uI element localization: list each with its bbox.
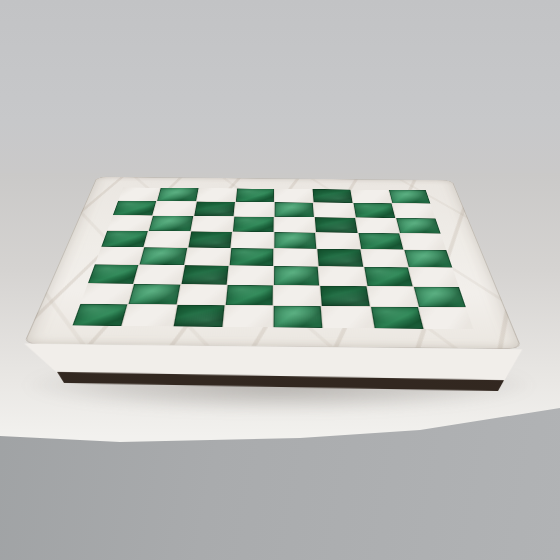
square-b1	[123, 304, 176, 326]
square-a2	[81, 283, 134, 303]
square-g5	[358, 233, 403, 249]
square-c2	[177, 284, 226, 304]
square-f6	[315, 217, 357, 232]
board-perspective	[0, 0, 560, 560]
square-e8	[275, 189, 313, 203]
square-e4	[274, 249, 318, 267]
square-h8	[389, 190, 431, 204]
square-h1	[419, 307, 474, 329]
square-b8	[157, 188, 198, 202]
chessboard	[23, 177, 522, 349]
square-h3	[409, 268, 459, 287]
square-a4	[95, 247, 144, 265]
square-e1	[274, 306, 323, 328]
square-f4	[318, 249, 363, 267]
square-g4	[361, 249, 408, 267]
square-f8	[313, 189, 352, 203]
square-g2	[367, 286, 418, 306]
playing-grid	[73, 187, 474, 329]
square-e3	[274, 266, 319, 285]
square-g8	[351, 190, 391, 204]
square-g3	[364, 267, 413, 286]
square-d2	[225, 285, 272, 305]
square-a6	[107, 215, 152, 230]
square-h2	[414, 287, 466, 307]
square-b4	[140, 247, 187, 265]
square-d6	[233, 216, 274, 231]
square-c1	[173, 305, 224, 327]
square-f7	[314, 203, 355, 217]
square-a1	[73, 304, 128, 326]
square-h4	[404, 250, 452, 268]
square-b2	[129, 284, 180, 304]
square-h6	[396, 218, 441, 233]
square-f2	[320, 286, 369, 306]
square-d5	[231, 232, 273, 248]
square-b6	[149, 216, 193, 231]
square-d7	[234, 202, 274, 216]
square-h7	[392, 204, 435, 218]
square-c4	[185, 248, 230, 266]
square-d4	[229, 248, 273, 266]
square-c3	[181, 265, 228, 284]
square-c7	[194, 202, 235, 216]
square-d1	[223, 305, 272, 327]
square-e7	[275, 202, 314, 216]
square-a8	[118, 187, 160, 201]
square-g1	[370, 307, 423, 329]
board-assembly	[0, 0, 560, 560]
square-f5	[316, 233, 360, 249]
square-c8	[196, 188, 236, 202]
square-a7	[113, 201, 156, 215]
square-e6	[274, 217, 315, 232]
square-e5	[274, 232, 316, 248]
square-b3	[135, 265, 184, 284]
square-h5	[400, 233, 446, 250]
scene	[0, 0, 560, 560]
square-g6	[355, 218, 398, 233]
square-g7	[353, 203, 395, 217]
square-f1	[322, 306, 373, 328]
square-b7	[153, 201, 195, 215]
square-e2	[274, 285, 321, 305]
square-d8	[236, 189, 274, 203]
square-a5	[101, 231, 148, 247]
square-c5	[188, 231, 232, 247]
square-c6	[191, 216, 233, 231]
square-b5	[145, 231, 190, 247]
square-d3	[227, 266, 273, 285]
square-a3	[88, 265, 139, 284]
square-f3	[319, 267, 366, 286]
